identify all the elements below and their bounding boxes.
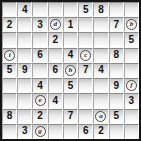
given-digit: 2	[37, 111, 43, 121]
cell-r7c8[interactable]	[109, 93, 124, 108]
cell-r6c5[interactable]: 5	[63, 78, 78, 93]
cell-r9c3[interactable]: g	[32, 124, 47, 139]
given-digit: 7	[113, 20, 119, 30]
given-digit: 2	[7, 20, 13, 30]
cell-r4c4[interactable]	[48, 48, 63, 63]
given-digit: 5	[129, 35, 135, 45]
cell-r7c1[interactable]	[2, 93, 17, 108]
cell-r3c6[interactable]	[78, 32, 93, 47]
given-digit: 7	[68, 111, 74, 121]
cell-r8c6[interactable]	[78, 109, 93, 124]
given-digit: 3	[129, 96, 135, 106]
cell-r2c5[interactable]: 1	[63, 17, 78, 32]
cell-r8c1[interactable]: 8	[2, 109, 17, 124]
cell-r5c2[interactable]: 9	[17, 63, 32, 78]
cell-r6c8[interactable]: 9	[109, 78, 124, 93]
cell-r5c6[interactable]: 7	[78, 63, 93, 78]
given-digit: 8	[113, 50, 119, 60]
cell-r9c7[interactable]: 2	[93, 124, 108, 139]
circled-letter-i: i	[4, 50, 15, 61]
cell-r5c8[interactable]	[109, 63, 124, 78]
circled-letter-h: h	[65, 65, 76, 76]
cell-r7c2[interactable]	[17, 93, 32, 108]
cell-r6c2[interactable]	[17, 78, 32, 93]
cell-r6c1[interactable]	[2, 78, 17, 93]
cell-r4c9[interactable]	[124, 48, 139, 63]
cell-r2c7[interactable]	[93, 17, 108, 32]
given-digit: 4	[52, 96, 58, 106]
cell-r9c4[interactable]	[48, 124, 63, 139]
cell-r6c4[interactable]	[48, 78, 63, 93]
cell-r4c8[interactable]: 8	[109, 48, 124, 63]
cell-r9c1[interactable]	[2, 124, 17, 139]
circled-letter-b: b	[126, 19, 137, 30]
cell-r3c5[interactable]	[63, 32, 78, 47]
given-digit: 2	[52, 35, 58, 45]
given-digit: 5	[68, 81, 74, 91]
circled-letter-d: d	[50, 19, 61, 30]
given-digit: 8	[7, 111, 13, 121]
cell-r7c6[interactable]	[78, 93, 93, 108]
given-digit: 9	[113, 81, 119, 91]
cell-r1c9[interactable]	[124, 2, 139, 17]
cell-r1c5[interactable]	[63, 2, 78, 17]
cell-r7c5[interactable]	[63, 93, 78, 108]
cell-r1c3[interactable]	[32, 2, 47, 17]
given-digit: 1	[68, 20, 74, 30]
given-digit: 3	[37, 20, 43, 30]
cell-r7c9[interactable]: 3	[124, 93, 139, 108]
cell-r5c9[interactable]	[124, 63, 139, 78]
cell-r1c1[interactable]	[2, 2, 17, 17]
cell-r9c8[interactable]	[109, 124, 124, 139]
given-digit: 5	[113, 111, 119, 121]
cell-r6c3[interactable]: 4	[32, 78, 47, 93]
cell-r3c2[interactable]	[17, 32, 32, 47]
cell-r2c4[interactable]: d	[48, 17, 63, 32]
sudoku-board: 45823d17b25i64c8596h74459fe43827a53g62	[0, 0, 141, 141]
given-digit: 9	[22, 65, 28, 75]
cell-r2c1[interactable]: 2	[2, 17, 17, 32]
cell-r4c5[interactable]: 4	[63, 48, 78, 63]
cell-r3c4[interactable]: 2	[48, 32, 63, 47]
given-digit: 5	[83, 5, 89, 15]
cell-r2c9[interactable]: b	[124, 17, 139, 32]
cell-r3c9[interactable]: 5	[124, 32, 139, 47]
cell-r4c2[interactable]	[17, 48, 32, 63]
cell-r9c2[interactable]: 3	[17, 124, 32, 139]
given-digit: 6	[83, 126, 89, 136]
cell-r5c7[interactable]: 4	[93, 63, 108, 78]
circled-letter-a: a	[95, 111, 106, 122]
cell-r8c9[interactable]	[124, 109, 139, 124]
given-digit: 3	[22, 126, 28, 136]
given-digit: 5	[7, 65, 13, 75]
cell-r8c4[interactable]	[48, 109, 63, 124]
cell-r8c7[interactable]: a	[93, 109, 108, 124]
cell-r2c8[interactable]: 7	[109, 17, 124, 32]
cell-r8c3[interactable]: 2	[32, 109, 47, 124]
circled-letter-g: g	[35, 126, 46, 137]
cell-r1c8[interactable]	[109, 2, 124, 17]
cell-r3c3[interactable]	[32, 32, 47, 47]
cell-r2c6[interactable]	[78, 17, 93, 32]
circled-letter-f: f	[126, 80, 137, 91]
cell-r7c4[interactable]: 4	[48, 93, 63, 108]
circled-letter-c: c	[80, 50, 91, 61]
given-digit: 4	[68, 50, 74, 60]
circled-letter-e: e	[35, 95, 46, 106]
cell-r9c6[interactable]: 6	[78, 124, 93, 139]
cell-r2c3[interactable]: 3	[32, 17, 47, 32]
given-digit: 4	[22, 5, 28, 15]
cell-r8c8[interactable]: 5	[109, 109, 124, 124]
cell-r6c6[interactable]	[78, 78, 93, 93]
cell-r5c3[interactable]	[32, 63, 47, 78]
cell-r1c7[interactable]: 8	[93, 2, 108, 17]
cell-r8c2[interactable]	[17, 109, 32, 124]
cell-r9c5[interactable]	[63, 124, 78, 139]
given-digit: 6	[37, 50, 43, 60]
cell-r4c3[interactable]: 6	[32, 48, 47, 63]
given-digit: 4	[98, 65, 104, 75]
cell-r1c4[interactable]	[48, 2, 63, 17]
cell-r7c7[interactable]	[93, 93, 108, 108]
cell-r3c1[interactable]	[2, 32, 17, 47]
cell-r4c1[interactable]: i	[2, 48, 17, 63]
given-digit: 8	[98, 5, 104, 15]
cell-r7c3[interactable]: e	[32, 93, 47, 108]
cell-r5c5[interactable]: h	[63, 63, 78, 78]
cell-r1c2[interactable]: 4	[17, 2, 32, 17]
cell-r6c7[interactable]	[93, 78, 108, 93]
cell-r5c4[interactable]: 6	[48, 63, 63, 78]
cell-r6c9[interactable]: f	[124, 78, 139, 93]
given-digit: 2	[98, 126, 104, 136]
cell-r5c1[interactable]: 5	[2, 63, 17, 78]
cell-r1c6[interactable]: 5	[78, 2, 93, 17]
given-digit: 6	[52, 65, 58, 75]
cell-r3c8[interactable]	[109, 32, 124, 47]
cell-r4c7[interactable]	[93, 48, 108, 63]
cell-r2c2[interactable]	[17, 17, 32, 32]
cell-r4c6[interactable]: c	[78, 48, 93, 63]
given-digit: 4	[37, 81, 43, 91]
given-digit: 7	[83, 65, 89, 75]
cell-r8c5[interactable]: 7	[63, 109, 78, 124]
cell-r9c9[interactable]	[124, 124, 139, 139]
cell-r3c7[interactable]	[93, 32, 108, 47]
